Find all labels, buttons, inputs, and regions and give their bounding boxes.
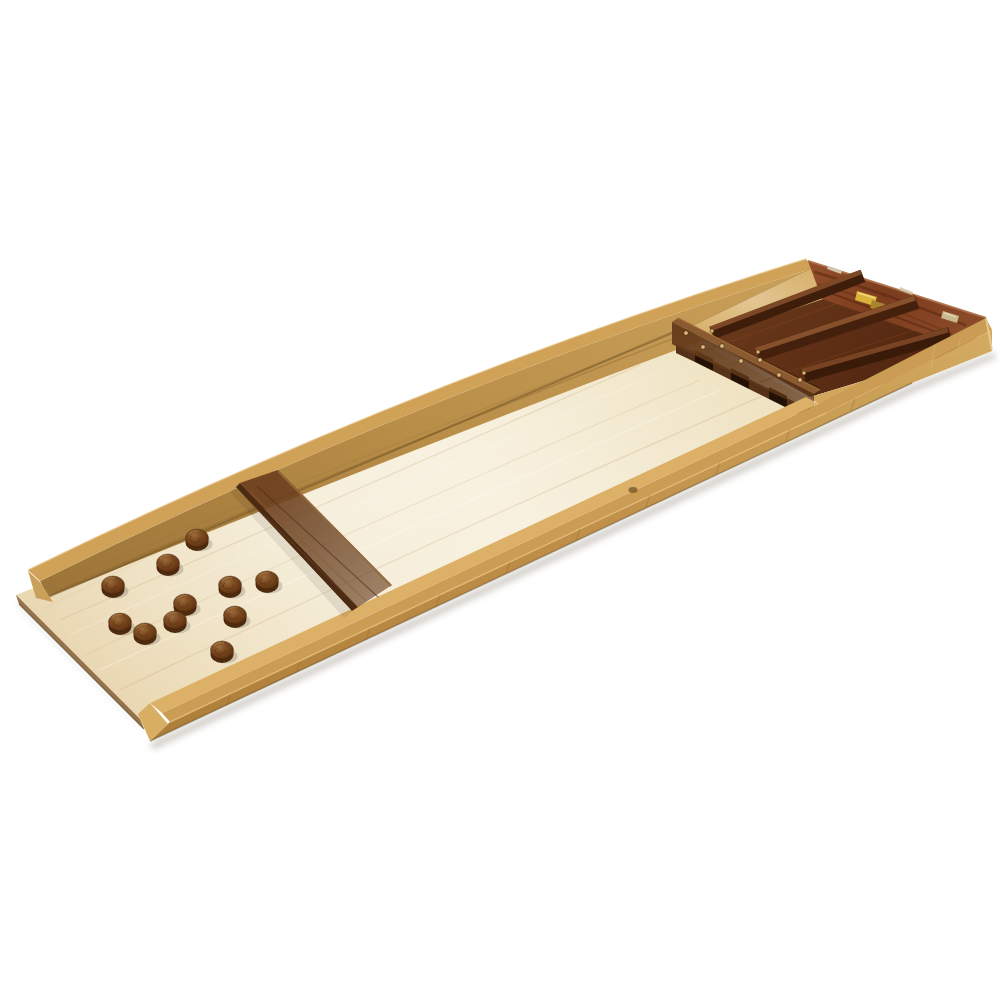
- wood-knot: [629, 487, 638, 493]
- sjoelbak-board: [0, 0, 1000, 1000]
- product-photo: [0, 0, 1000, 1000]
